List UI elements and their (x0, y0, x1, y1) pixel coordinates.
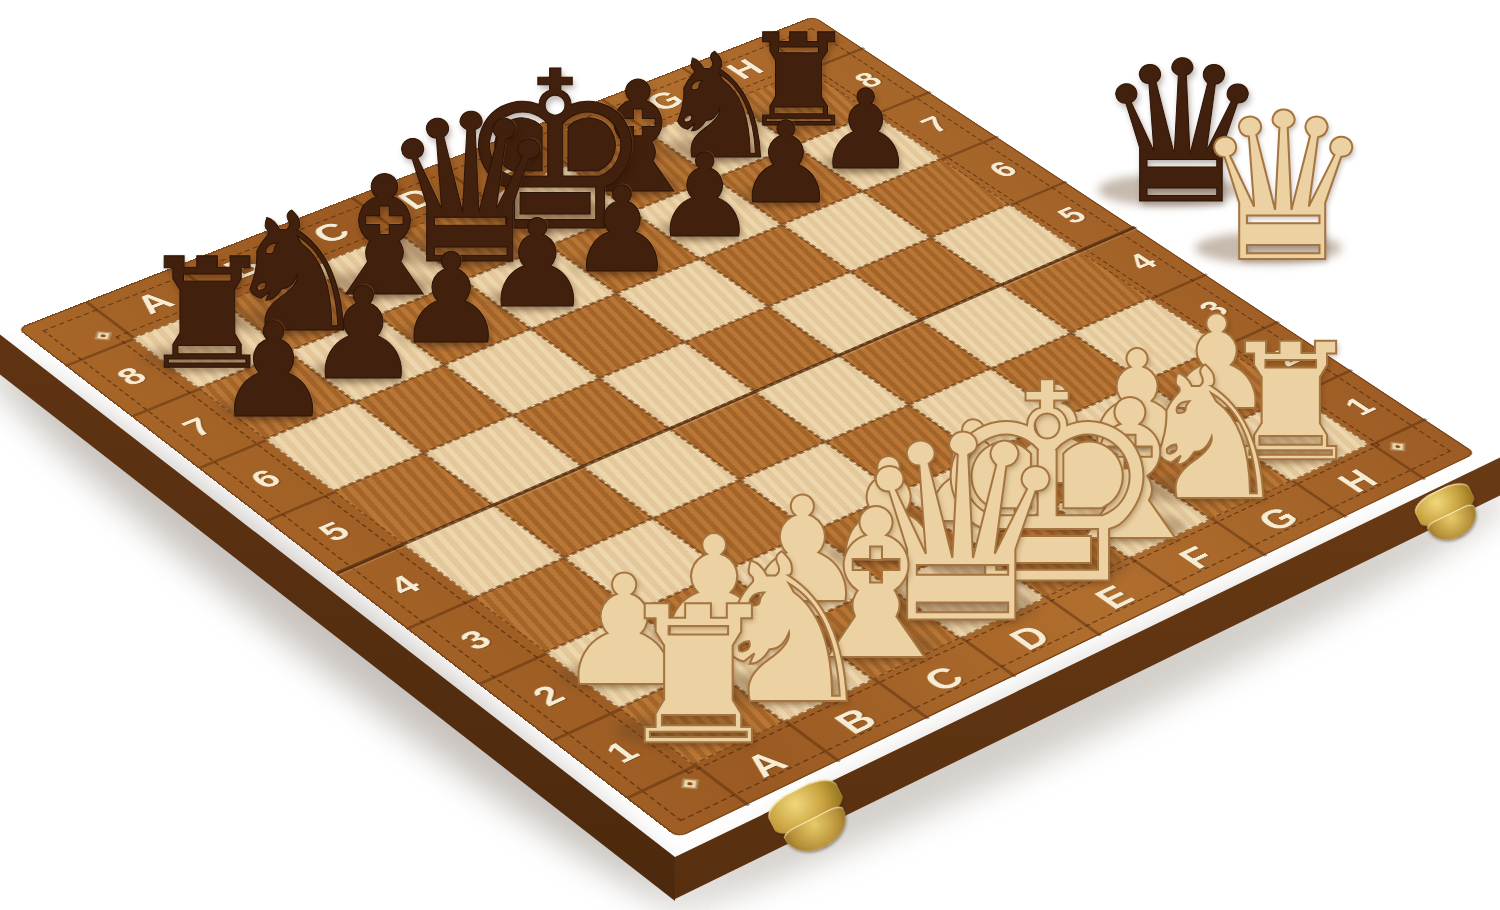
label-rank-5-afile-edge: 5 (310, 516, 359, 547)
piece-white-queen-spare-2[interactable]: ♛ (1191, 86, 1375, 291)
label-rank-7-hfile-edge: 7 (913, 112, 958, 138)
product-photo-scene: AA88BB77CC66DD55EE44FF33GG22HH11 ♜♞♝♛♚♝♞… (0, 0, 1500, 910)
label-rank-4-afile-edge: 4 (380, 570, 430, 602)
label-rank-3-afile-edge: 3 (451, 624, 501, 656)
piece-white-rook-a1[interactable]: ♜ (613, 581, 784, 771)
corner-motif-a8 (94, 331, 111, 340)
label-rank-5-hfile-edge: 5 (1049, 202, 1095, 229)
corner-motif-h1 (1390, 442, 1405, 451)
label-rank-6-afile-edge: 6 (242, 464, 290, 494)
label-rank-6-hfile-edge: 6 (981, 156, 1027, 182)
piece-black-pawn-a7[interactable]: ♟ (215, 306, 332, 436)
label-rank-4-hfile-edge: 4 (1119, 248, 1166, 275)
